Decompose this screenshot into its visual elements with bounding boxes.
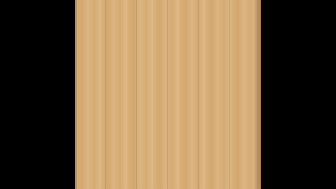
video-thumbnail: { "game": "go", "board": { "size": 19, "… (0, 0, 336, 189)
stones-grid (76, 4, 258, 181)
go-board (75, 0, 261, 189)
pillarbox-right (261, 0, 336, 189)
pillarbox-left (0, 0, 75, 189)
